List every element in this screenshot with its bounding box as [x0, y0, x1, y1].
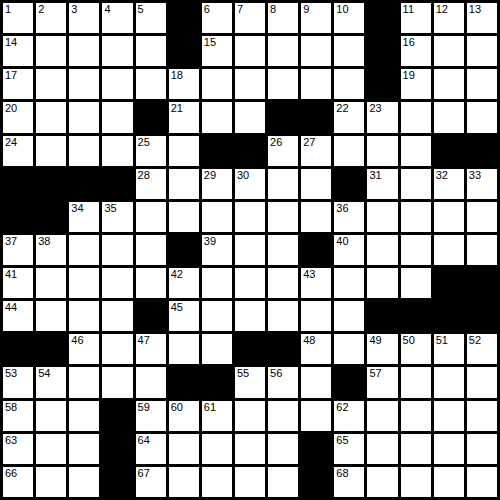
- clue-number-24: 24: [5, 136, 17, 148]
- cell-r3c10[interactable]: 22: [334, 102, 364, 132]
- clue-number-28: 28: [138, 169, 150, 181]
- cell-r2c0[interactable]: 17: [3, 69, 33, 99]
- cell-r14c12[interactable]: [401, 467, 431, 497]
- block-cell-r9c4: [136, 301, 166, 331]
- cell-r14c5[interactable]: [169, 467, 199, 497]
- cell-r6c10[interactable]: 36: [334, 202, 364, 232]
- cell-r6c2[interactable]: 34: [69, 202, 99, 232]
- clue-number-53: 53: [5, 367, 17, 379]
- clue-number-14: 14: [5, 36, 17, 48]
- cell-r11c9[interactable]: [301, 367, 331, 397]
- clue-number-25: 25: [138, 136, 150, 148]
- cell-r3c3[interactable]: [102, 102, 132, 132]
- clue-number-51: 51: [436, 334, 448, 346]
- clue-number-17: 17: [5, 69, 17, 81]
- cell-r5c8[interactable]: [268, 169, 298, 199]
- block-cell-r6c1: [36, 202, 66, 232]
- cell-r0c2[interactable]: 3: [69, 3, 99, 33]
- cell-r10c12[interactable]: 50: [401, 334, 431, 364]
- cell-r14c8[interactable]: [268, 467, 298, 497]
- cell-r9c3[interactable]: [102, 301, 132, 331]
- cell-r2c8[interactable]: [268, 69, 298, 99]
- cell-r8c11[interactable]: [367, 268, 397, 298]
- cell-r3c13[interactable]: [434, 102, 464, 132]
- cell-r7c12[interactable]: [401, 235, 431, 265]
- cell-r5c9[interactable]: [301, 169, 331, 199]
- cell-r6c5[interactable]: [169, 202, 199, 232]
- cell-r2c6[interactable]: [202, 69, 232, 99]
- cell-r7c8[interactable]: [268, 235, 298, 265]
- cell-r12c8[interactable]: [268, 401, 298, 431]
- block-cell-r4c14: [467, 136, 497, 166]
- cell-r0c13[interactable]: 12: [434, 3, 464, 33]
- block-cell-r13c9: [301, 434, 331, 464]
- cell-r5c11[interactable]: 31: [367, 169, 397, 199]
- cell-r12c5[interactable]: 60: [169, 401, 199, 431]
- clue-number-1: 1: [5, 3, 11, 15]
- clue-number-63: 63: [5, 434, 17, 446]
- cell-r11c4[interactable]: [136, 367, 166, 397]
- cell-r5c6[interactable]: 29: [202, 169, 232, 199]
- block-cell-r11c10: [334, 367, 364, 397]
- clue-number-21: 21: [171, 102, 183, 114]
- clue-number-23: 23: [369, 102, 381, 114]
- cell-r13c11[interactable]: [367, 434, 397, 464]
- clue-number-60: 60: [171, 401, 183, 413]
- cell-r10c3[interactable]: [102, 334, 132, 364]
- block-cell-r14c9: [301, 467, 331, 497]
- block-cell-r9c11: [367, 301, 397, 331]
- cell-r8c6[interactable]: [202, 268, 232, 298]
- cell-r0c10[interactable]: 10: [334, 3, 364, 33]
- block-cell-r4c13: [434, 136, 464, 166]
- cell-r3c12[interactable]: [401, 102, 431, 132]
- block-cell-r5c3: [102, 169, 132, 199]
- cell-r4c12[interactable]: [401, 136, 431, 166]
- block-cell-r7c9: [301, 235, 331, 265]
- cell-r11c14[interactable]: [467, 367, 497, 397]
- cell-r10c6[interactable]: [202, 334, 232, 364]
- cell-r3c14[interactable]: [467, 102, 497, 132]
- cell-r7c11[interactable]: [367, 235, 397, 265]
- cell-r4c1[interactable]: [36, 136, 66, 166]
- cell-r10c4[interactable]: 47: [136, 334, 166, 364]
- cell-r7c13[interactable]: [434, 235, 464, 265]
- cell-r1c0[interactable]: 14: [3, 36, 33, 66]
- clue-number-44: 44: [5, 301, 17, 313]
- cell-r7c6[interactable]: 39: [202, 235, 232, 265]
- block-cell-r7c5: [169, 235, 199, 265]
- cell-r14c2[interactable]: [69, 467, 99, 497]
- block-cell-r9c13: [434, 301, 464, 331]
- cell-r13c6[interactable]: [202, 434, 232, 464]
- block-cell-r10c7: [235, 334, 265, 364]
- cell-r6c4[interactable]: [136, 202, 166, 232]
- cell-r8c8[interactable]: [268, 268, 298, 298]
- block-cell-r11c5: [169, 367, 199, 397]
- clue-number-39: 39: [204, 235, 216, 247]
- cell-r0c0[interactable]: 1: [3, 3, 33, 33]
- block-cell-r5c2: [69, 169, 99, 199]
- clue-number-45: 45: [171, 301, 183, 313]
- cell-r4c0[interactable]: 24: [3, 136, 33, 166]
- clue-number-47: 47: [138, 334, 150, 346]
- cell-r14c0[interactable]: 66: [3, 467, 33, 497]
- clue-number-26: 26: [270, 136, 282, 148]
- clue-number-54: 54: [38, 367, 50, 379]
- clue-number-12: 12: [436, 3, 448, 15]
- cell-r6c14[interactable]: [467, 202, 497, 232]
- cell-r0c1[interactable]: 2: [36, 3, 66, 33]
- cell-r9c7[interactable]: [235, 301, 265, 331]
- cell-r9c8[interactable]: [268, 301, 298, 331]
- cell-r0c6[interactable]: 6: [202, 3, 232, 33]
- cell-r12c10[interactable]: 62: [334, 401, 364, 431]
- block-cell-r10c1: [36, 334, 66, 364]
- clue-number-36: 36: [336, 202, 348, 214]
- block-cell-r1c11: [367, 36, 397, 66]
- cell-r13c13[interactable]: [434, 434, 464, 464]
- clue-number-35: 35: [104, 202, 116, 214]
- block-cell-r9c12: [401, 301, 431, 331]
- cell-r11c2[interactable]: [69, 367, 99, 397]
- cell-r13c8[interactable]: [268, 434, 298, 464]
- block-cell-r3c9: [301, 102, 331, 132]
- cell-r7c1[interactable]: 38: [36, 235, 66, 265]
- block-cell-r13c3: [102, 434, 132, 464]
- cell-r1c10[interactable]: [334, 36, 364, 66]
- cell-r2c14[interactable]: [467, 69, 497, 99]
- cell-r14c4[interactable]: 67: [136, 467, 166, 497]
- cell-r4c5[interactable]: [169, 136, 199, 166]
- cell-r2c7[interactable]: [235, 69, 265, 99]
- block-cell-r3c4: [136, 102, 166, 132]
- cell-r11c3[interactable]: [102, 367, 132, 397]
- cell-r12c7[interactable]: [235, 401, 265, 431]
- block-cell-r11c6: [202, 367, 232, 397]
- block-cell-r5c1: [36, 169, 66, 199]
- cell-r7c10[interactable]: 40: [334, 235, 364, 265]
- cell-r5c5[interactable]: [169, 169, 199, 199]
- cell-r6c6[interactable]: [202, 202, 232, 232]
- cell-r3c0[interactable]: 20: [3, 102, 33, 132]
- clue-number-3: 3: [71, 3, 77, 15]
- cell-r9c6[interactable]: [202, 301, 232, 331]
- cell-r0c8[interactable]: 8: [268, 3, 298, 33]
- cell-r6c3[interactable]: 35: [102, 202, 132, 232]
- clue-number-8: 8: [270, 3, 276, 15]
- block-cell-r1c5: [169, 36, 199, 66]
- cell-r1c6[interactable]: 15: [202, 36, 232, 66]
- clue-number-27: 27: [303, 136, 315, 148]
- cell-r0c12[interactable]: 11: [401, 3, 431, 33]
- cell-r10c13[interactable]: 51: [434, 334, 464, 364]
- cell-r10c5[interactable]: [169, 334, 199, 364]
- cell-r7c3[interactable]: [102, 235, 132, 265]
- cell-r11c13[interactable]: [434, 367, 464, 397]
- cell-r1c12[interactable]: 16: [401, 36, 431, 66]
- clue-number-62: 62: [336, 401, 348, 413]
- cell-r5c13[interactable]: 32: [434, 169, 464, 199]
- cell-r4c2[interactable]: [69, 136, 99, 166]
- clue-number-6: 6: [204, 3, 210, 15]
- clue-number-4: 4: [104, 3, 110, 15]
- cell-r13c14[interactable]: [467, 434, 497, 464]
- cell-r6c11[interactable]: [367, 202, 397, 232]
- cell-r0c7[interactable]: 7: [235, 3, 265, 33]
- cell-r7c2[interactable]: [69, 235, 99, 265]
- clue-number-34: 34: [71, 202, 83, 214]
- block-cell-r6c0: [3, 202, 33, 232]
- block-cell-r0c5: [169, 3, 199, 33]
- cell-r5c7[interactable]: 30: [235, 169, 265, 199]
- cell-r10c11[interactable]: 49: [367, 334, 397, 364]
- clue-number-15: 15: [204, 36, 216, 48]
- cell-r14c11[interactable]: [367, 467, 397, 497]
- cell-r11c8[interactable]: 56: [268, 367, 298, 397]
- cell-r12c0[interactable]: 58: [3, 401, 33, 431]
- cell-r8c0[interactable]: 41: [3, 268, 33, 298]
- cell-r1c3[interactable]: [102, 36, 132, 66]
- cell-r13c5[interactable]: [169, 434, 199, 464]
- cell-r2c9[interactable]: [301, 69, 331, 99]
- cell-r12c12[interactable]: [401, 401, 431, 431]
- clue-number-10: 10: [336, 3, 348, 15]
- cell-r12c1[interactable]: [36, 401, 66, 431]
- clue-number-16: 16: [403, 36, 415, 48]
- cell-r3c6[interactable]: [202, 102, 232, 132]
- cell-r12c6[interactable]: 61: [202, 401, 232, 431]
- cell-r9c5[interactable]: 45: [169, 301, 199, 331]
- cell-r9c9[interactable]: [301, 301, 331, 331]
- cell-r4c10[interactable]: [334, 136, 364, 166]
- block-cell-r10c8: [268, 334, 298, 364]
- cell-r13c1[interactable]: [36, 434, 66, 464]
- cell-r7c0[interactable]: 37: [3, 235, 33, 265]
- cell-r8c1[interactable]: [36, 268, 66, 298]
- cell-r4c4[interactable]: 25: [136, 136, 166, 166]
- clue-number-58: 58: [5, 401, 17, 413]
- cell-r12c9[interactable]: [301, 401, 331, 431]
- cell-r1c4[interactable]: [136, 36, 166, 66]
- clue-number-41: 41: [5, 268, 17, 280]
- clue-number-50: 50: [403, 334, 415, 346]
- clue-number-18: 18: [171, 69, 183, 81]
- clue-number-57: 57: [369, 367, 381, 379]
- cell-r2c13[interactable]: [434, 69, 464, 99]
- block-cell-r12c3: [102, 401, 132, 431]
- cell-r5c12[interactable]: [401, 169, 431, 199]
- clue-number-13: 13: [469, 3, 481, 15]
- clue-number-2: 2: [38, 3, 44, 15]
- clue-number-67: 67: [138, 467, 150, 479]
- cell-r8c5[interactable]: 42: [169, 268, 199, 298]
- clue-number-48: 48: [303, 334, 315, 346]
- cell-r13c2[interactable]: [69, 434, 99, 464]
- cell-r14c7[interactable]: [235, 467, 265, 497]
- cell-r6c13[interactable]: [434, 202, 464, 232]
- cell-r10c9[interactable]: 48: [301, 334, 331, 364]
- clue-number-61: 61: [204, 401, 216, 413]
- cell-r2c2[interactable]: [69, 69, 99, 99]
- block-cell-r4c6: [202, 136, 232, 166]
- cell-r14c1[interactable]: [36, 467, 66, 497]
- clue-number-64: 64: [138, 434, 150, 446]
- cell-r0c4[interactable]: 5: [136, 3, 166, 33]
- cell-r14c6[interactable]: [202, 467, 232, 497]
- clue-number-19: 19: [403, 69, 415, 81]
- cell-r14c14[interactable]: [467, 467, 497, 497]
- cell-r5c14[interactable]: 33: [467, 169, 497, 199]
- cell-r1c2[interactable]: [69, 36, 99, 66]
- clue-number-68: 68: [336, 467, 348, 479]
- clue-number-30: 30: [237, 169, 249, 181]
- cell-r9c1[interactable]: [36, 301, 66, 331]
- clue-number-11: 11: [403, 3, 414, 15]
- cell-r14c13[interactable]: [434, 467, 464, 497]
- cell-r13c10[interactable]: 65: [334, 434, 364, 464]
- block-cell-r4c7: [235, 136, 265, 166]
- cell-r0c14[interactable]: 13: [467, 3, 497, 33]
- clue-number-65: 65: [336, 434, 348, 446]
- cell-r10c10[interactable]: [334, 334, 364, 364]
- clue-number-42: 42: [171, 268, 183, 280]
- cell-r12c2[interactable]: [69, 401, 99, 431]
- cell-r11c12[interactable]: [401, 367, 431, 397]
- cell-r11c0[interactable]: 53: [3, 367, 33, 397]
- cell-r4c11[interactable]: [367, 136, 397, 166]
- cell-r6c8[interactable]: [268, 202, 298, 232]
- clue-number-31: 31: [369, 169, 381, 181]
- clue-number-29: 29: [204, 169, 216, 181]
- cell-r4c8[interactable]: 26: [268, 136, 298, 166]
- cell-r2c1[interactable]: [36, 69, 66, 99]
- cell-r8c12[interactable]: [401, 268, 431, 298]
- cell-r2c5[interactable]: 18: [169, 69, 199, 99]
- cell-r1c8[interactable]: [268, 36, 298, 66]
- cell-r1c13[interactable]: [434, 36, 464, 66]
- clue-number-43: 43: [303, 268, 315, 280]
- clue-number-22: 22: [336, 102, 348, 114]
- block-cell-r8c13: [434, 268, 464, 298]
- block-cell-r3c8: [268, 102, 298, 132]
- clue-number-7: 7: [237, 3, 243, 15]
- cell-r8c10[interactable]: [334, 268, 364, 298]
- clue-number-32: 32: [436, 169, 448, 181]
- cell-r2c4[interactable]: [136, 69, 166, 99]
- cell-r8c4[interactable]: [136, 268, 166, 298]
- clue-number-9: 9: [303, 3, 309, 15]
- clue-number-33: 33: [469, 169, 481, 181]
- cell-r7c4[interactable]: [136, 235, 166, 265]
- block-cell-r8c14: [467, 268, 497, 298]
- cell-r1c14[interactable]: [467, 36, 497, 66]
- clue-number-38: 38: [38, 235, 50, 247]
- cell-r12c14[interactable]: [467, 401, 497, 431]
- cell-r0c9[interactable]: 9: [301, 3, 331, 33]
- clue-number-5: 5: [138, 3, 144, 15]
- cell-r8c7[interactable]: [235, 268, 265, 298]
- clue-number-49: 49: [369, 334, 381, 346]
- cell-r3c2[interactable]: [69, 102, 99, 132]
- cell-r8c2[interactable]: [69, 268, 99, 298]
- clue-number-37: 37: [5, 235, 17, 247]
- cell-r13c0[interactable]: 63: [3, 434, 33, 464]
- cell-r10c2[interactable]: 46: [69, 334, 99, 364]
- clue-number-20: 20: [5, 102, 17, 114]
- clue-number-52: 52: [469, 334, 481, 346]
- block-cell-r5c0: [3, 169, 33, 199]
- cell-r4c3[interactable]: [102, 136, 132, 166]
- cell-r2c10[interactable]: [334, 69, 364, 99]
- cell-r6c7[interactable]: [235, 202, 265, 232]
- cell-r3c1[interactable]: [36, 102, 66, 132]
- clue-number-59: 59: [138, 401, 150, 413]
- block-cell-r5c10: [334, 169, 364, 199]
- cell-r13c7[interactable]: [235, 434, 265, 464]
- cell-r2c12[interactable]: 19: [401, 69, 431, 99]
- cell-r14c10[interactable]: 68: [334, 467, 364, 497]
- cell-r3c11[interactable]: 23: [367, 102, 397, 132]
- clue-number-66: 66: [5, 467, 17, 479]
- crossword-board: 1234567891011121314151617181920212223242…: [0, 0, 500, 500]
- cell-r1c9[interactable]: [301, 36, 331, 66]
- cell-r11c11[interactable]: 57: [367, 367, 397, 397]
- cell-r9c0[interactable]: 44: [3, 301, 33, 331]
- clue-number-55: 55: [237, 367, 249, 379]
- block-cell-r9c14: [467, 301, 497, 331]
- clue-number-46: 46: [71, 334, 83, 346]
- cell-r0c3[interactable]: 4: [102, 3, 132, 33]
- clue-number-56: 56: [270, 367, 282, 379]
- clue-number-40: 40: [336, 235, 348, 247]
- block-cell-r14c3: [102, 467, 132, 497]
- cell-r3c5[interactable]: 21: [169, 102, 199, 132]
- cell-r9c2[interactable]: [69, 301, 99, 331]
- cell-r11c1[interactable]: 54: [36, 367, 66, 397]
- cell-r6c9[interactable]: [301, 202, 331, 232]
- cell-r12c4[interactable]: 59: [136, 401, 166, 431]
- cell-r8c3[interactable]: [102, 268, 132, 298]
- cell-r1c1[interactable]: [36, 36, 66, 66]
- cell-r1c7[interactable]: [235, 36, 265, 66]
- block-cell-r0c11: [367, 3, 397, 33]
- block-cell-r10c0: [3, 334, 33, 364]
- cell-r10c14[interactable]: 52: [467, 334, 497, 364]
- cell-r8c9[interactable]: 43: [301, 268, 331, 298]
- cell-r4c9[interactable]: 27: [301, 136, 331, 166]
- cell-r7c14[interactable]: [467, 235, 497, 265]
- cell-r12c13[interactable]: [434, 401, 464, 431]
- cell-r2c3[interactable]: [102, 69, 132, 99]
- cell-r13c12[interactable]: [401, 434, 431, 464]
- cell-r6c12[interactable]: [401, 202, 431, 232]
- block-cell-r2c11: [367, 69, 397, 99]
- cell-r11c7[interactable]: 55: [235, 367, 265, 397]
- cell-r12c11[interactable]: [367, 401, 397, 431]
- cell-r5c4[interactable]: 28: [136, 169, 166, 199]
- cell-r13c4[interactable]: 64: [136, 434, 166, 464]
- cell-r9c10[interactable]: [334, 301, 364, 331]
- cell-r3c7[interactable]: [235, 102, 265, 132]
- cell-r7c7[interactable]: [235, 235, 265, 265]
